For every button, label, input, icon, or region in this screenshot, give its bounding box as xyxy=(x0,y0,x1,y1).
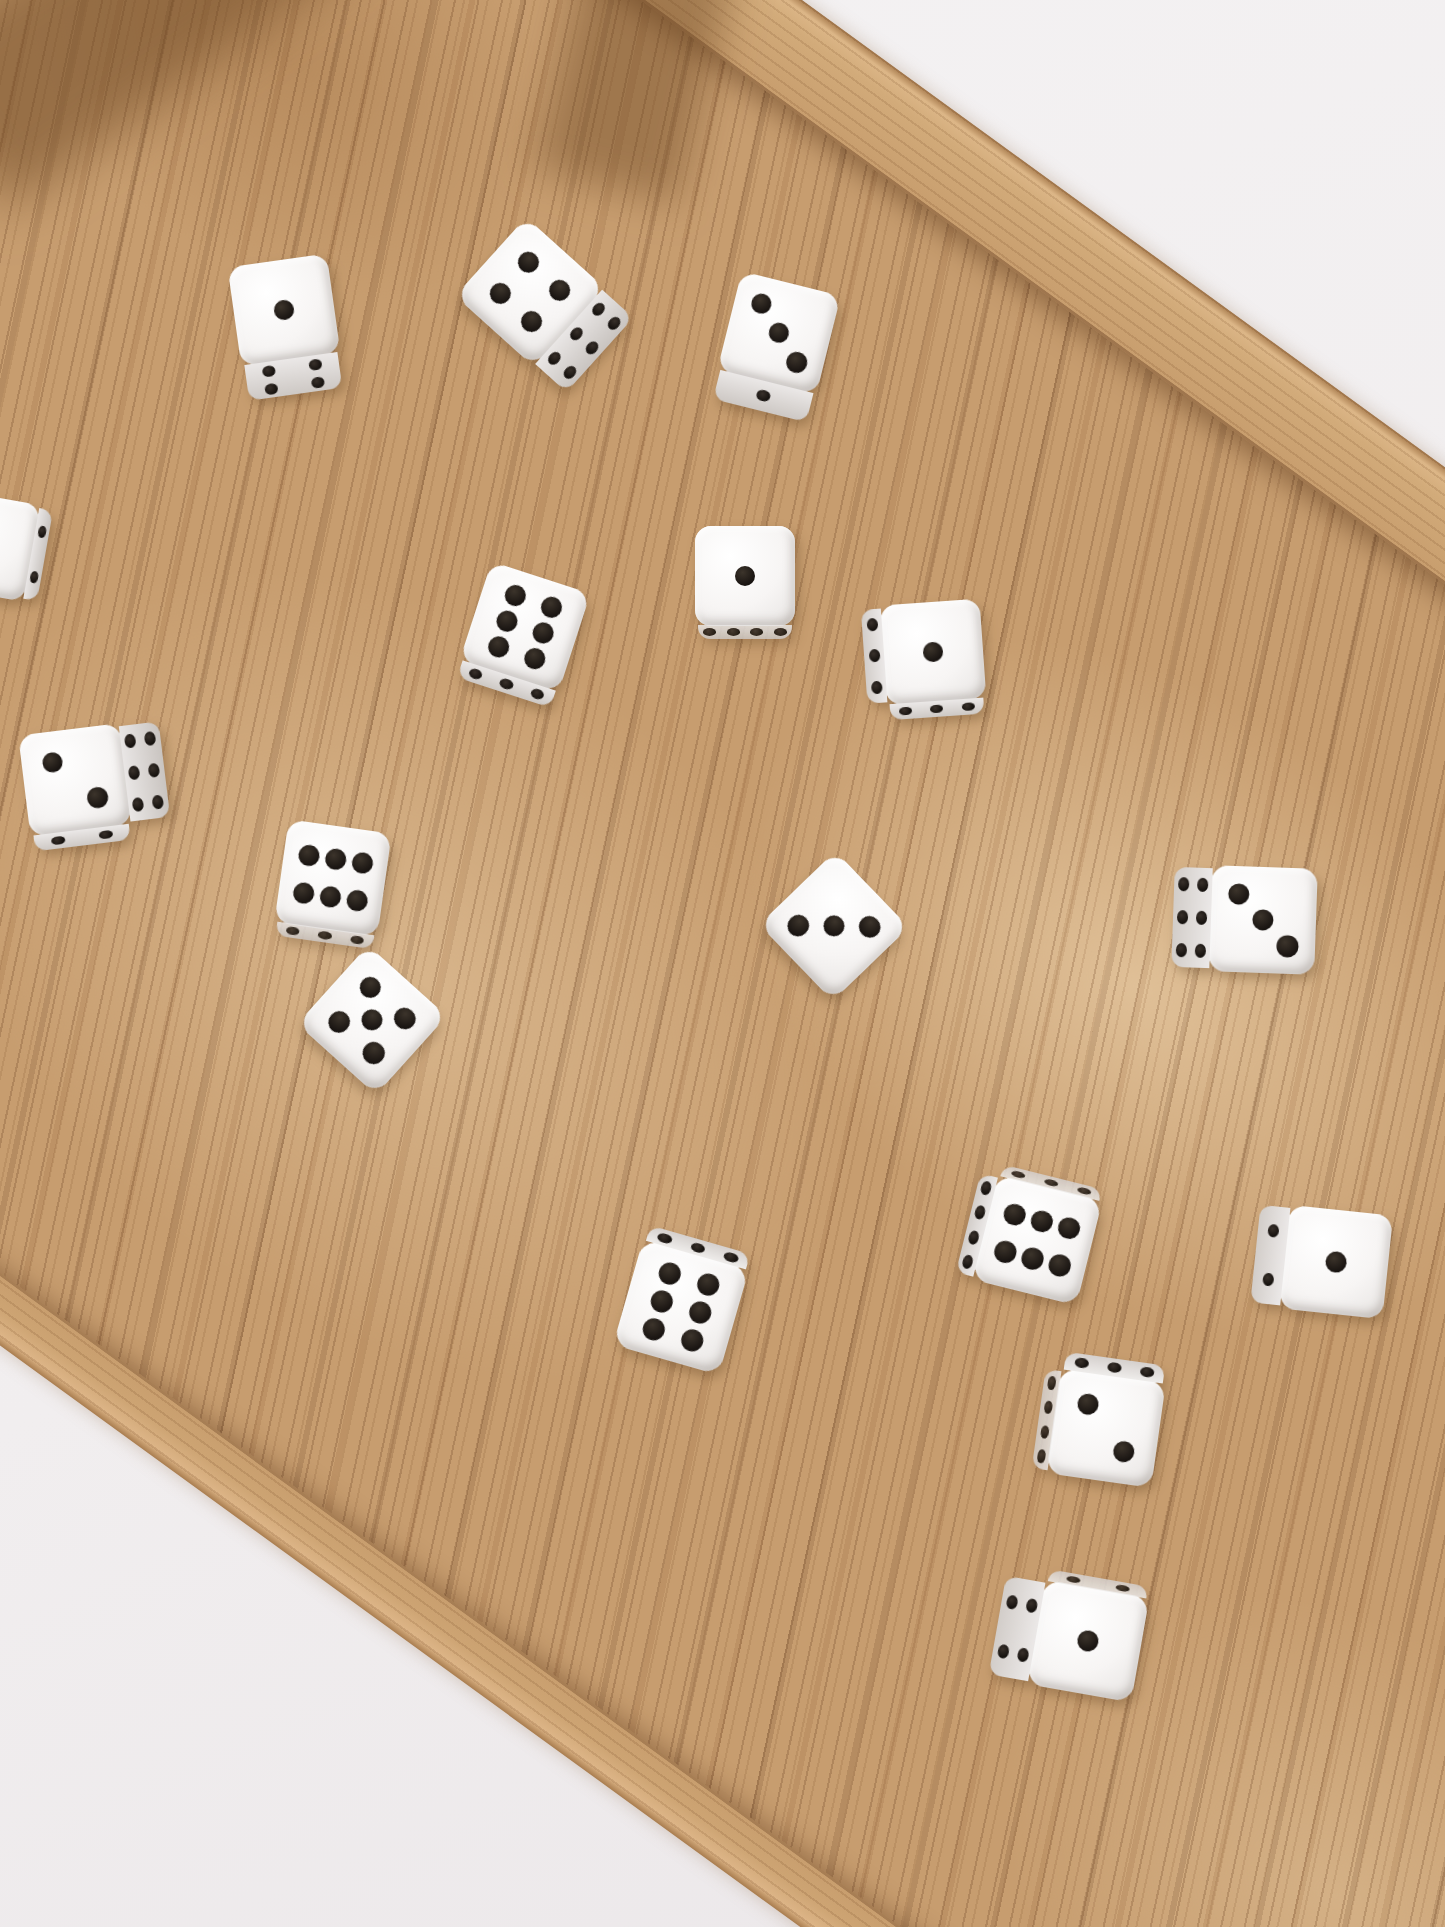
pip xyxy=(545,275,575,305)
side-pip xyxy=(546,350,563,368)
side-pip xyxy=(51,835,65,845)
pip xyxy=(273,299,296,322)
side-pip xyxy=(498,677,514,691)
die-top-face xyxy=(1208,865,1318,975)
pip xyxy=(86,786,109,809)
side-pip xyxy=(529,687,545,701)
die-i-showing-3[interactable] xyxy=(1208,865,1318,975)
side-pip xyxy=(774,628,787,636)
pip xyxy=(1227,883,1249,905)
side-pip xyxy=(468,667,484,681)
side-pip xyxy=(727,628,740,636)
pip xyxy=(735,566,755,586)
side-pip xyxy=(961,1254,974,1270)
side-pip xyxy=(1196,911,1207,925)
die-top-face xyxy=(228,254,341,367)
side-pip xyxy=(29,570,39,584)
pip xyxy=(656,1260,683,1287)
side-pip xyxy=(703,628,716,636)
side-pip xyxy=(996,1644,1009,1659)
die-top-face xyxy=(274,819,391,936)
pip xyxy=(686,1299,713,1326)
pip xyxy=(486,634,512,660)
side-pip xyxy=(690,1241,706,1253)
die-top-face xyxy=(18,723,132,837)
side-pip xyxy=(124,734,137,748)
die-top-face xyxy=(1027,1580,1150,1703)
pip xyxy=(530,620,556,646)
side-pip xyxy=(961,702,975,712)
pip xyxy=(324,1007,354,1037)
side-pip xyxy=(1197,878,1208,892)
pip xyxy=(494,608,520,634)
side-pip xyxy=(1107,1362,1122,1374)
pip xyxy=(517,307,547,337)
side-pip xyxy=(37,525,47,539)
pip xyxy=(855,912,885,942)
side-pip xyxy=(1178,877,1189,891)
pip xyxy=(297,844,320,867)
pip xyxy=(784,350,809,375)
side-pip xyxy=(99,829,113,839)
side-pip xyxy=(1076,1186,1091,1196)
side-pip xyxy=(657,1232,673,1244)
pip xyxy=(502,582,528,608)
pip xyxy=(324,848,347,871)
pip xyxy=(783,910,813,940)
side-pip xyxy=(590,300,607,318)
side-pip xyxy=(899,706,913,716)
die-o-showing-2[interactable] xyxy=(1046,1368,1166,1488)
photo-scene xyxy=(0,0,1445,1927)
pip xyxy=(1252,909,1274,931)
pip xyxy=(749,291,774,316)
side-pip xyxy=(152,795,165,809)
pip xyxy=(1076,1629,1101,1654)
die-a-showing-1[interactable] xyxy=(228,254,341,367)
side-pip xyxy=(1176,943,1187,957)
pip xyxy=(767,321,792,346)
side-pip xyxy=(1262,1272,1274,1287)
die-top-face xyxy=(695,526,795,626)
side-pip xyxy=(1195,944,1206,958)
side-pip xyxy=(132,797,145,811)
side-pip xyxy=(1047,1375,1058,1390)
side-pip xyxy=(285,926,299,935)
pip xyxy=(355,972,385,1002)
side-pip xyxy=(144,731,157,745)
pip xyxy=(538,594,564,620)
die-n-showing-1[interactable] xyxy=(1279,1205,1393,1319)
pip xyxy=(1029,1208,1055,1234)
pip xyxy=(992,1239,1018,1265)
side-pip xyxy=(1005,1594,1018,1609)
side-pip xyxy=(1074,1357,1089,1369)
pip xyxy=(351,851,374,874)
pip xyxy=(1277,935,1299,957)
pip xyxy=(819,911,849,941)
pip xyxy=(679,1326,706,1353)
pip xyxy=(345,889,368,912)
die-d-showing-1[interactable] xyxy=(695,526,795,626)
die-h-showing-6[interactable] xyxy=(274,819,391,936)
side-pip xyxy=(723,1251,739,1263)
pip xyxy=(648,1288,675,1315)
side-pip xyxy=(1140,1366,1155,1378)
pip xyxy=(521,645,547,671)
side-pip xyxy=(866,618,878,632)
pip xyxy=(1076,1392,1100,1416)
side-pip xyxy=(1267,1223,1279,1238)
side-pip xyxy=(967,1229,980,1245)
side-pip xyxy=(1043,1400,1054,1415)
pip xyxy=(319,885,342,908)
pip xyxy=(359,1038,389,1068)
side-pip xyxy=(1025,1598,1038,1613)
side-pip xyxy=(870,680,882,694)
side-pip xyxy=(1036,1449,1047,1464)
side-pip xyxy=(974,1205,987,1221)
die-top-face xyxy=(1279,1205,1393,1319)
die-f-showing-1[interactable] xyxy=(880,599,987,706)
side-pip xyxy=(750,628,763,636)
side-pip xyxy=(930,704,944,714)
pip xyxy=(1112,1440,1136,1464)
side-pip xyxy=(128,765,141,779)
pip xyxy=(41,751,64,774)
side-pip xyxy=(1115,1584,1130,1593)
side-pip xyxy=(1177,910,1188,924)
die-p-showing-1[interactable] xyxy=(1027,1580,1150,1703)
pip xyxy=(513,247,543,277)
side-pip xyxy=(606,314,623,332)
pip xyxy=(1056,1215,1082,1241)
pip xyxy=(1325,1251,1348,1274)
side-pip xyxy=(350,935,364,944)
side-pip xyxy=(318,931,332,940)
pip xyxy=(1001,1201,1027,1227)
side-pip xyxy=(868,649,880,663)
side-pip xyxy=(1066,1575,1081,1584)
side-pip xyxy=(1040,1425,1051,1440)
pip xyxy=(1019,1246,1045,1272)
side-pip xyxy=(148,763,161,777)
side-pip xyxy=(1044,1178,1059,1188)
pip xyxy=(292,881,315,904)
die-g-showing-2[interactable] xyxy=(18,723,132,837)
die-side-face-bottom xyxy=(698,625,792,639)
side-pip xyxy=(262,364,276,377)
pip xyxy=(357,1005,387,1035)
side-pip xyxy=(583,339,600,357)
pip xyxy=(1046,1253,1072,1279)
pip xyxy=(640,1315,667,1342)
die-top-face xyxy=(880,599,987,706)
pip xyxy=(694,1271,721,1298)
side-pip xyxy=(980,1180,993,1196)
side-pip xyxy=(568,325,585,343)
side-pip xyxy=(756,389,772,403)
die-top-face xyxy=(1046,1368,1166,1488)
side-pip xyxy=(1011,1170,1026,1180)
pip xyxy=(922,641,943,662)
side-pip xyxy=(1016,1647,1029,1662)
die-q-partial[interactable] xyxy=(0,488,41,602)
side-pip xyxy=(264,382,278,395)
pip xyxy=(390,1003,420,1033)
pip xyxy=(485,279,515,309)
die-side-face-left xyxy=(1171,867,1212,968)
side-pip xyxy=(561,364,578,382)
side-pip xyxy=(311,376,325,389)
side-pip xyxy=(308,358,322,371)
